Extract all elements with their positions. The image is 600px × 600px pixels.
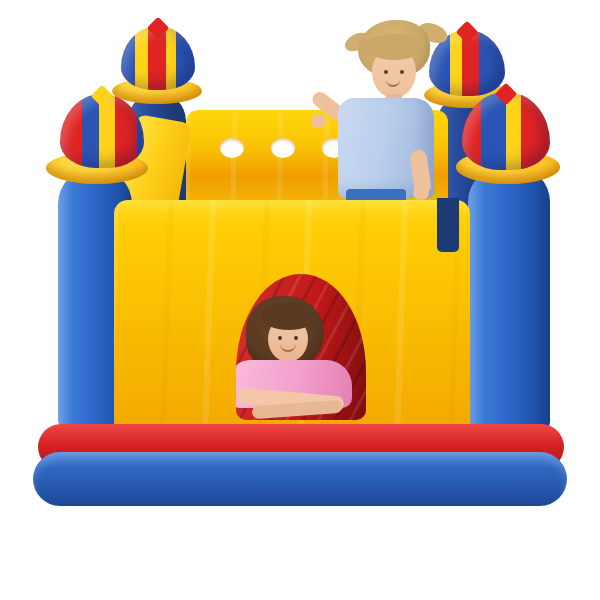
tower-front-right xyxy=(468,166,550,432)
girl-eye xyxy=(294,336,298,340)
dome-tip xyxy=(456,21,479,44)
base-blue-mattress xyxy=(33,452,567,506)
bounce-castle-photo xyxy=(0,0,600,600)
boy-neck xyxy=(386,94,402,104)
boy-hair xyxy=(358,20,430,78)
porthole-1 xyxy=(220,138,244,158)
inner-corner-shadow xyxy=(437,198,459,252)
girl-eye xyxy=(278,336,282,340)
porthole-2 xyxy=(271,138,295,158)
tower-back-left-dome xyxy=(121,26,195,90)
girl-hair-fringe xyxy=(261,302,317,330)
boy-eye xyxy=(384,70,388,74)
tower-back-right-dome xyxy=(429,30,505,96)
boy-hair-fringe xyxy=(365,34,423,60)
dome-tip xyxy=(91,85,114,108)
boy-hair-strand xyxy=(342,29,372,55)
dome-tip xyxy=(147,17,170,40)
boy-smile xyxy=(386,80,400,87)
boy-eye xyxy=(400,70,404,74)
porthole-3 xyxy=(322,138,346,158)
boy-face xyxy=(372,46,416,98)
